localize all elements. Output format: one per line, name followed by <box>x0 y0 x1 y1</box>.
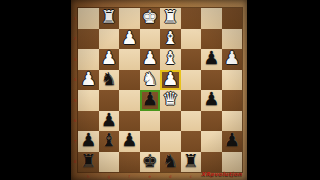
file-label-f: f <box>119 172 140 180</box>
square-f5[interactable] <box>119 90 140 111</box>
square-g7[interactable]: ♝ <box>99 131 120 152</box>
square-g3[interactable]: ♟ <box>99 49 120 70</box>
square-e7[interactable] <box>140 131 161 152</box>
square-c6[interactable] <box>181 111 202 132</box>
square-e3[interactable]: ♟ <box>140 49 161 70</box>
chess-board-frame: 12345678 ♜♚♜♟♝♟♟♝♟♟♟♞♞♟♟♛♟♟♟♝♟♟♜♚♞♜ hgfe… <box>71 0 247 180</box>
square-e4[interactable]: ♞ <box>140 70 161 91</box>
watermark-text: XRevolution <box>201 171 242 177</box>
square-h2[interactable] <box>78 29 99 50</box>
square-h1[interactable] <box>78 8 99 29</box>
chess-board[interactable]: ♜♚♜♟♝♟♟♝♟♟♟♞♞♟♟♛♟♟♟♝♟♟♜♚♞♜ <box>78 8 242 172</box>
square-a1[interactable] <box>222 8 243 29</box>
square-g5[interactable] <box>99 90 120 111</box>
square-d5[interactable]: ♛ <box>160 90 181 111</box>
square-h6[interactable] <box>78 111 99 132</box>
white-pawn-piece: ♟ <box>101 49 117 67</box>
square-d6[interactable] <box>160 111 181 132</box>
file-label-g: g <box>99 172 120 180</box>
square-b8[interactable] <box>201 152 222 173</box>
black-pawn-piece: ♟ <box>224 131 240 149</box>
square-e8[interactable]: ♚ <box>140 152 161 173</box>
square-d8[interactable]: ♞ <box>160 152 181 173</box>
white-pawn-piece: ♟ <box>162 70 178 88</box>
file-label-d: d <box>160 172 181 180</box>
square-f7[interactable]: ♟ <box>119 131 140 152</box>
square-g8[interactable] <box>99 152 120 173</box>
square-a7[interactable]: ♟ <box>222 131 243 152</box>
black-pawn-piece: ♟ <box>121 131 137 149</box>
square-e5[interactable]: ♟ <box>140 90 161 111</box>
square-e2[interactable] <box>140 29 161 50</box>
square-f8[interactable] <box>119 152 140 173</box>
square-d2[interactable]: ♝ <box>160 29 181 50</box>
square-b5[interactable]: ♟ <box>201 90 222 111</box>
white-bishop-piece: ♝ <box>162 49 178 67</box>
square-e1[interactable]: ♚ <box>140 8 161 29</box>
square-c7[interactable] <box>181 131 202 152</box>
black-pawn-piece: ♟ <box>101 111 117 129</box>
white-pawn-piece: ♟ <box>142 49 158 67</box>
square-e6[interactable] <box>140 111 161 132</box>
white-pawn-piece: ♟ <box>80 70 96 88</box>
square-b6[interactable] <box>201 111 222 132</box>
square-d1[interactable]: ♜ <box>160 8 181 29</box>
square-d4[interactable]: ♟ <box>160 70 181 91</box>
square-g6[interactable]: ♟ <box>99 111 120 132</box>
square-f4[interactable] <box>119 70 140 91</box>
square-c3[interactable] <box>181 49 202 70</box>
square-h5[interactable] <box>78 90 99 111</box>
square-g2[interactable] <box>99 29 120 50</box>
black-knight-piece: ♞ <box>162 152 178 170</box>
black-king-piece: ♚ <box>142 152 158 170</box>
square-b4[interactable] <box>201 70 222 91</box>
left-black-bar <box>0 0 71 180</box>
black-rook-piece: ♜ <box>80 152 96 170</box>
square-a2[interactable] <box>222 29 243 50</box>
square-b7[interactable] <box>201 131 222 152</box>
square-f1[interactable] <box>119 8 140 29</box>
file-label-e: e <box>140 172 161 180</box>
black-pawn-piece: ♟ <box>203 90 219 108</box>
black-knight-piece: ♞ <box>101 70 117 88</box>
white-rook-piece: ♜ <box>162 8 178 26</box>
white-queen-piece: ♛ <box>162 90 178 108</box>
square-c5[interactable] <box>181 90 202 111</box>
black-pawn-piece: ♟ <box>80 131 96 149</box>
square-c8[interactable]: ♜ <box>181 152 202 173</box>
black-pawn-piece: ♟ <box>142 90 158 108</box>
square-g4[interactable]: ♞ <box>99 70 120 91</box>
file-label-h: h <box>78 172 99 180</box>
white-rook-piece: ♜ <box>101 8 117 26</box>
white-king-piece: ♚ <box>142 8 158 26</box>
square-c1[interactable] <box>181 8 202 29</box>
square-d3[interactable]: ♝ <box>160 49 181 70</box>
square-b3[interactable]: ♟ <box>201 49 222 70</box>
file-label-c: c <box>181 172 202 180</box>
white-bishop-piece: ♝ <box>162 29 178 47</box>
square-b2[interactable] <box>201 29 222 50</box>
square-a4[interactable] <box>222 70 243 91</box>
white-pawn-piece: ♟ <box>224 49 240 67</box>
square-b1[interactable] <box>201 8 222 29</box>
square-c2[interactable] <box>181 29 202 50</box>
black-bishop-piece: ♝ <box>101 131 117 149</box>
square-f2[interactable]: ♟ <box>119 29 140 50</box>
square-d7[interactable] <box>160 131 181 152</box>
square-g1[interactable]: ♜ <box>99 8 120 29</box>
right-black-bar <box>247 0 320 180</box>
square-h3[interactable] <box>78 49 99 70</box>
black-pawn-piece: ♟ <box>203 49 219 67</box>
black-rook-piece: ♜ <box>183 152 199 170</box>
square-h7[interactable]: ♟ <box>78 131 99 152</box>
square-h8[interactable]: ♜ <box>78 152 99 173</box>
square-a6[interactable] <box>222 111 243 132</box>
white-pawn-piece: ♟ <box>121 29 137 47</box>
square-h4[interactable]: ♟ <box>78 70 99 91</box>
square-c4[interactable] <box>181 70 202 91</box>
square-f3[interactable] <box>119 49 140 70</box>
square-a5[interactable] <box>222 90 243 111</box>
square-a3[interactable]: ♟ <box>222 49 243 70</box>
square-a8[interactable] <box>222 152 243 173</box>
white-knight-piece: ♞ <box>142 70 158 88</box>
square-f6[interactable] <box>119 111 140 132</box>
